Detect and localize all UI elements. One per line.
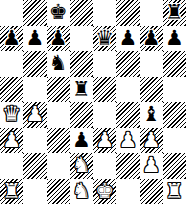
piece-white-pawn: ♟ (142, 155, 161, 176)
piece-black-pawn: ♟ (25, 28, 44, 49)
square-h6[interactable] (163, 51, 186, 77)
square-a3[interactable]: ♟ (0, 128, 23, 154)
chess-board: ♚♜♟♟♟♛♟♟♟♞♜♛♟♝♟♟♟♟♟♞♟♜♞♚♜ (0, 0, 186, 204)
square-b1[interactable] (23, 179, 46, 205)
square-f6[interactable] (116, 51, 139, 77)
square-c6[interactable]: ♞ (47, 51, 70, 77)
square-f8[interactable] (116, 0, 139, 26)
square-g3[interactable]: ♟ (140, 128, 163, 154)
piece-black-king: ♚ (49, 2, 68, 23)
piece-black-knight: ♞ (49, 53, 68, 74)
piece-white-pawn: ♟ (95, 130, 114, 151)
square-c3[interactable] (47, 128, 70, 154)
square-f3[interactable]: ♟ (116, 128, 139, 154)
square-b3[interactable] (23, 128, 46, 154)
square-f7[interactable]: ♟ (116, 26, 139, 52)
square-c1[interactable] (47, 179, 70, 205)
square-d5[interactable]: ♜ (70, 77, 93, 103)
piece-white-knight: ♞ (72, 181, 91, 202)
piece-black-pawn: ♟ (142, 28, 161, 49)
square-c7[interactable]: ♟ (47, 26, 70, 52)
piece-white-queen: ♛ (2, 104, 21, 125)
square-b6[interactable] (23, 51, 46, 77)
square-c2[interactable] (47, 153, 70, 179)
piece-black-rook: ♜ (165, 2, 184, 23)
square-h5[interactable] (163, 77, 186, 103)
square-c5[interactable] (47, 77, 70, 103)
square-d6[interactable] (70, 51, 93, 77)
piece-black-bishop: ♝ (142, 104, 161, 125)
piece-black-queen: ♛ (95, 28, 114, 49)
square-d3[interactable]: ♟ (70, 128, 93, 154)
square-a2[interactable] (0, 153, 23, 179)
square-g8[interactable] (140, 0, 163, 26)
square-e8[interactable] (93, 0, 116, 26)
square-b4[interactable]: ♟ (23, 102, 46, 128)
square-g5[interactable] (140, 77, 163, 103)
piece-white-pawn: ♟ (25, 104, 44, 125)
square-b8[interactable] (23, 0, 46, 26)
square-g2[interactable]: ♟ (140, 153, 163, 179)
square-d1[interactable]: ♞ (70, 179, 93, 205)
square-f1[interactable] (116, 179, 139, 205)
square-c4[interactable] (47, 102, 70, 128)
square-h2[interactable] (163, 153, 186, 179)
square-d4[interactable] (70, 102, 93, 128)
square-a7[interactable]: ♟ (0, 26, 23, 52)
square-a6[interactable] (0, 51, 23, 77)
square-f5[interactable] (116, 77, 139, 103)
square-b5[interactable] (23, 77, 46, 103)
square-f2[interactable] (116, 153, 139, 179)
square-g6[interactable] (140, 51, 163, 77)
square-h1[interactable]: ♜ (163, 179, 186, 205)
square-a1[interactable]: ♜ (0, 179, 23, 205)
square-h3[interactable] (163, 128, 186, 154)
square-a5[interactable] (0, 77, 23, 103)
square-e6[interactable] (93, 51, 116, 77)
square-d2[interactable]: ♞ (70, 153, 93, 179)
square-g4[interactable]: ♝ (140, 102, 163, 128)
piece-white-rook: ♜ (2, 181, 21, 202)
piece-black-pawn: ♟ (118, 28, 137, 49)
square-a8[interactable] (0, 0, 23, 26)
piece-black-pawn: ♟ (72, 130, 91, 151)
square-f4[interactable] (116, 102, 139, 128)
square-h4[interactable] (163, 102, 186, 128)
square-e1[interactable]: ♚ (93, 179, 116, 205)
piece-black-pawn: ♟ (2, 28, 21, 49)
square-b7[interactable]: ♟ (23, 26, 46, 52)
square-c8[interactable]: ♚ (47, 0, 70, 26)
piece-black-pawn: ♟ (49, 28, 68, 49)
piece-white-king: ♚ (95, 181, 114, 202)
piece-white-knight: ♞ (72, 155, 91, 176)
square-g7[interactable]: ♟ (140, 26, 163, 52)
square-e4[interactable] (93, 102, 116, 128)
square-h8[interactable]: ♜ (163, 0, 186, 26)
square-b2[interactable] (23, 153, 46, 179)
square-a4[interactable]: ♛ (0, 102, 23, 128)
piece-black-rook: ♜ (72, 79, 91, 100)
piece-white-rook: ♜ (165, 181, 184, 202)
square-e3[interactable]: ♟ (93, 128, 116, 154)
square-h7[interactable]: ♟ (163, 26, 186, 52)
square-g1[interactable] (140, 179, 163, 205)
piece-white-pawn: ♟ (142, 130, 161, 151)
piece-white-pawn: ♟ (2, 130, 21, 151)
square-d8[interactable] (70, 0, 93, 26)
piece-black-pawn: ♟ (165, 28, 184, 49)
square-e7[interactable]: ♛ (93, 26, 116, 52)
square-e2[interactable] (93, 153, 116, 179)
square-d7[interactable] (70, 26, 93, 52)
piece-white-pawn: ♟ (118, 130, 137, 151)
square-e5[interactable] (93, 77, 116, 103)
